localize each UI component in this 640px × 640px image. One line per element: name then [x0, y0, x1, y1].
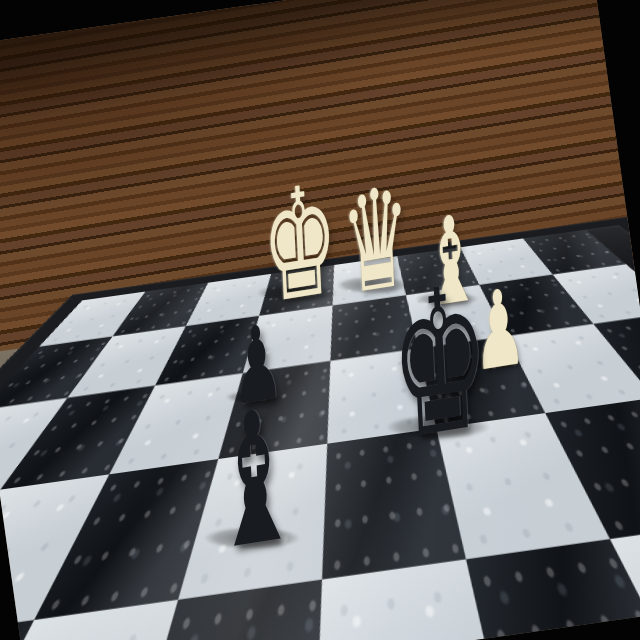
photograph: [0, 0, 640, 640]
board-scene: [73, 222, 640, 640]
square-e6: [327, 349, 436, 444]
chessboard-photo: ♛♚♝♟♟♚♝: [0, 0, 640, 640]
